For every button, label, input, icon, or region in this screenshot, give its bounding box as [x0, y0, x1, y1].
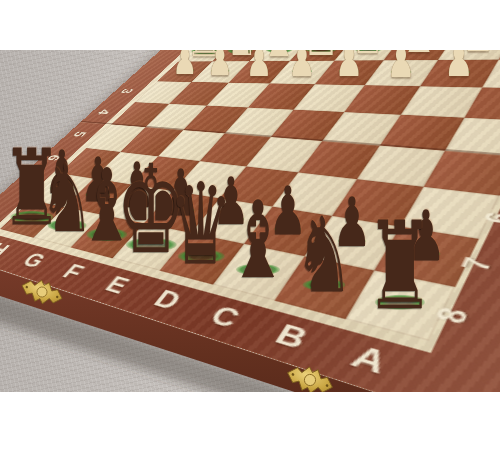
piece-black-queen: ♛ [169, 168, 233, 280]
piece-white-pawn: ♟ [172, 50, 197, 82]
piece-white-pawn: ♟ [387, 50, 416, 85]
piece-white-pawn: ♟ [246, 50, 273, 83]
piece-black-knight: ♞ [294, 203, 354, 307]
piece-white-pawn: ♟ [335, 50, 363, 84]
piece-white-pawn: ♟ [444, 50, 474, 85]
piece-white-pawn: ♟ [288, 50, 315, 84]
piece-white-pawn: ♟ [207, 50, 233, 83]
piece-black-rook: ♜ [365, 207, 435, 328]
photo: HGFEDCBA34567678 [0, 50, 500, 392]
pieces-layer: ♜♞♝♛♚♝♞♜♟♟♟♟♟♟♟♟♟♟♟♟♜♟♞♟♝♟♚♟♛♝♞♜ [0, 50, 500, 392]
photo-matte: chess HGFEDCBA34567678 [0, 0, 500, 450]
piece-black-bishop: ♝ [228, 186, 289, 292]
